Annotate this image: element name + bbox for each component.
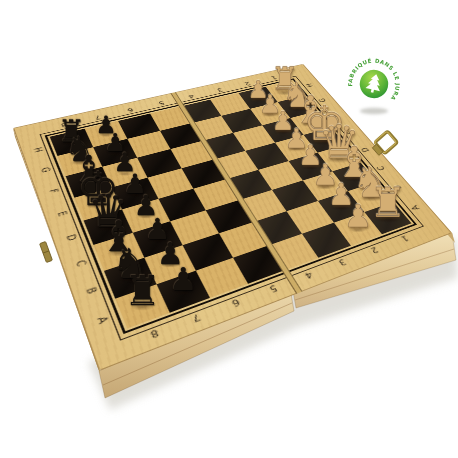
product-photo: HHGGFFEEDDCCBBAA8877665544332211 FABRIQU… [0, 0, 458, 458]
